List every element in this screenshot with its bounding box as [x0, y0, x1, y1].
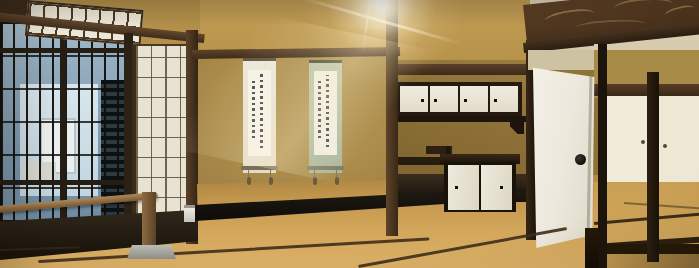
- fusuma-door: [657, 96, 699, 188]
- glass-stile: [60, 22, 66, 222]
- door-floor-track: [585, 228, 599, 268]
- cabinet-door: [481, 165, 512, 210]
- stone-base: [127, 245, 176, 259]
- cabinet-panel: [490, 86, 518, 112]
- japanese-room-photo: [0, 0, 699, 268]
- cabinet-panel: [460, 86, 488, 112]
- glass-rail-top: [0, 48, 135, 53]
- glass-window-wall: [0, 22, 135, 222]
- handrail-post: [142, 192, 156, 252]
- scroll-weight-cord: [270, 170, 271, 177]
- glass-rail-bottom: [0, 180, 135, 185]
- door-pull: [641, 140, 645, 144]
- tatami-seam: [624, 202, 699, 210]
- wall-strip-above-door: [528, 50, 598, 70]
- ceiling-light-flare: [302, 0, 462, 90]
- door-pull-round: [575, 154, 586, 165]
- fusuma-door-large: [531, 62, 597, 250]
- doorway-frame-post: [598, 44, 607, 268]
- scroll-weight: [247, 177, 251, 185]
- scroll-weight-cord: [248, 170, 249, 177]
- lower-cabinet: [444, 162, 516, 212]
- near-door-post: [647, 72, 659, 262]
- fusuma-door: [605, 96, 651, 184]
- cabinet-door: [448, 165, 479, 210]
- small-white-box: [184, 205, 195, 222]
- door-edge-shadow: [587, 76, 593, 236]
- door-pull: [663, 144, 667, 148]
- scroll-weight: [269, 177, 273, 185]
